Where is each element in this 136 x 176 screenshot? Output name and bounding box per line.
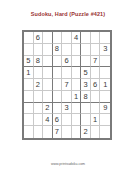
sudoku-cell-r5c7: 3	[81, 79, 91, 91]
sudoku-cell-r9c9	[100, 126, 110, 138]
sudoku-board: 6483586715273611823946172	[22, 30, 112, 140]
sudoku-cell-r9c4: 7	[53, 126, 63, 138]
sudoku-cell-r2c5	[62, 44, 72, 56]
sudoku-cell-r8c8: 1	[91, 114, 101, 126]
sudoku-cell-r6c5	[62, 91, 72, 103]
sudoku-cell-r1c8	[91, 32, 101, 44]
sudoku-cell-r1c6: 4	[72, 32, 82, 44]
sudoku-cell-r7c1	[24, 103, 34, 115]
sudoku-cell-r1c7	[81, 32, 91, 44]
sudoku-cell-r1c1	[24, 32, 34, 44]
sudoku-cell-r7c8	[91, 103, 101, 115]
sudoku-cell-r2c4: 8	[53, 44, 63, 56]
sudoku-cell-r7c4	[53, 103, 63, 115]
sudoku-cell-r8c5	[62, 114, 72, 126]
sudoku-cell-r1c3	[43, 32, 53, 44]
sudoku-cell-r5c8: 6	[91, 79, 101, 91]
sudoku-cell-r1c5	[62, 32, 72, 44]
sudoku-cell-r3c5: 6	[62, 56, 72, 68]
sudoku-cell-r3c9	[100, 56, 110, 68]
sudoku-cell-r4c3	[43, 67, 53, 79]
sudoku-cell-r7c7	[81, 103, 91, 115]
sudoku-cell-r6c4	[53, 91, 63, 103]
sudoku-cell-r4c7: 5	[81, 67, 91, 79]
sudoku-cell-r3c1: 5	[24, 56, 34, 68]
sudoku-cell-r7c2	[34, 103, 44, 115]
sudoku-cell-r4c6	[72, 67, 82, 79]
sudoku-cell-r8c2	[34, 114, 44, 126]
sudoku-cell-r5c4	[53, 79, 63, 91]
sudoku-cell-r7c6	[72, 103, 82, 115]
sudoku-cell-r9c6	[72, 126, 82, 138]
sudoku-cell-r2c9: 3	[100, 44, 110, 56]
sudoku-cell-r8c9	[100, 114, 110, 126]
sudoku-cell-r7c3: 2	[43, 103, 53, 115]
sudoku-cell-r5c3	[43, 79, 53, 91]
sudoku-cell-r8c3: 4	[43, 114, 53, 126]
sudoku-cell-r4c2	[34, 67, 44, 79]
sudoku-cell-r5c1	[24, 79, 34, 91]
sudoku-cell-r3c2: 8	[34, 56, 44, 68]
sudoku-cell-r1c9	[100, 32, 110, 44]
sudoku-cell-r2c6	[72, 44, 82, 56]
sudoku-cell-r3c4	[53, 56, 63, 68]
sudoku-cell-r9c7: 2	[81, 126, 91, 138]
sudoku-cell-r2c2	[34, 44, 44, 56]
sudoku-cell-r4c4	[53, 67, 63, 79]
sudoku-cell-r3c7	[81, 56, 91, 68]
sudoku-cell-r5c9: 1	[100, 79, 110, 91]
sudoku-cell-r6c9	[100, 91, 110, 103]
sudoku-cell-r2c7	[81, 44, 91, 56]
footer-url: www.printsudoku.com	[0, 162, 136, 166]
sudoku-cell-r6c1	[24, 91, 34, 103]
sudoku-cell-r7c9: 9	[100, 103, 110, 115]
sudoku-cell-r4c9	[100, 67, 110, 79]
sudoku-cell-r8c4: 6	[53, 114, 63, 126]
sudoku-cell-r9c1	[24, 126, 34, 138]
sudoku-cell-r9c3	[43, 126, 53, 138]
sudoku-cell-r9c5	[62, 126, 72, 138]
sudoku-cell-r6c7: 8	[81, 91, 91, 103]
sudoku-cell-r4c8	[91, 67, 101, 79]
sudoku-cell-r9c8	[91, 126, 101, 138]
sudoku-cell-r2c8	[91, 44, 101, 56]
sudoku-cell-r3c6	[72, 56, 82, 68]
sudoku-cell-r9c2	[34, 126, 44, 138]
sudoku-cell-r1c4	[53, 32, 63, 44]
sudoku-cell-r2c3	[43, 44, 53, 56]
sudoku-cell-r8c6	[72, 114, 82, 126]
sudoku-cell-r1c2: 6	[34, 32, 44, 44]
page-title: Sudoku, Hard (Puzzle #421)	[0, 11, 136, 17]
sudoku-cell-r7c5: 3	[62, 103, 72, 115]
sudoku-cell-r8c1	[24, 114, 34, 126]
sudoku-cell-r4c1: 1	[24, 67, 34, 79]
sudoku-cell-r4c5	[62, 67, 72, 79]
sudoku-cell-r3c3	[43, 56, 53, 68]
sudoku-cell-r2c1	[24, 44, 34, 56]
sudoku-cell-r5c5: 7	[62, 79, 72, 91]
sudoku-cell-r8c7	[81, 114, 91, 126]
sudoku-cell-r5c6	[72, 79, 82, 91]
sudoku-cell-r6c6: 1	[72, 91, 82, 103]
sudoku-cell-r6c8	[91, 91, 101, 103]
sudoku-cell-r3c8: 7	[91, 56, 101, 68]
sudoku-cell-r5c2: 2	[34, 79, 44, 91]
sudoku-cell-r6c3	[43, 91, 53, 103]
sudoku-cell-r6c2	[34, 91, 44, 103]
